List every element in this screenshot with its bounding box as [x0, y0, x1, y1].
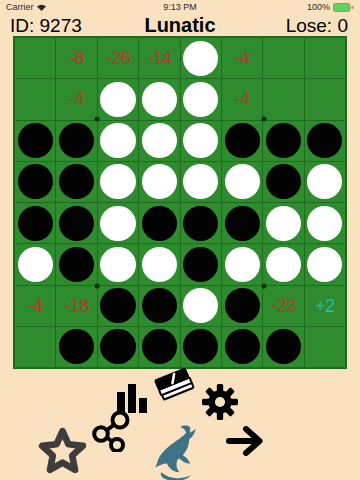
- board-cell-h4[interactable]: [305, 162, 345, 202]
- next-button[interactable]: [226, 426, 264, 456]
- board-cell-d4[interactable]: [139, 162, 179, 202]
- board-cell-f5[interactable]: [222, 203, 262, 243]
- board-cell-f1[interactable]: -4: [222, 38, 262, 78]
- move-eval: -8: [69, 49, 84, 67]
- black-disc: [225, 329, 260, 364]
- board-cell-d7[interactable]: [139, 286, 179, 326]
- board-cell-b6[interactable]: [56, 244, 96, 284]
- board-cell-e1[interactable]: [181, 38, 221, 78]
- black-disc: [59, 247, 94, 282]
- black-disc: [307, 123, 342, 158]
- white-disc: [100, 164, 135, 199]
- white-disc: [183, 41, 218, 76]
- board-cell-b4[interactable]: [56, 162, 96, 202]
- board-cell-d2[interactable]: [139, 79, 179, 119]
- white-disc: [18, 247, 53, 282]
- black-disc: [142, 206, 177, 241]
- lose-count-label: Lose: 0: [286, 15, 348, 37]
- board-cell-g3[interactable]: [263, 121, 303, 161]
- board-cell-a2[interactable]: [15, 79, 55, 119]
- board-cell-b8[interactable]: [56, 327, 96, 367]
- board-cell-e3[interactable]: [181, 121, 221, 161]
- rate-button[interactable]: [36, 425, 89, 478]
- move-eval: -14: [147, 49, 172, 67]
- white-disc: [183, 82, 218, 117]
- white-disc: [225, 247, 260, 282]
- white-disc: [183, 288, 218, 323]
- white-disc: [142, 164, 177, 199]
- black-disc: [183, 329, 218, 364]
- white-disc: [225, 164, 260, 199]
- notebook-icon: [153, 366, 199, 402]
- game-id-label: ID: 9273: [10, 15, 82, 37]
- board-cell-b2[interactable]: -4: [56, 79, 96, 119]
- black-disc: [100, 329, 135, 364]
- board-cell-f7[interactable]: [222, 286, 262, 326]
- black-disc: [266, 164, 301, 199]
- board-cell-f2[interactable]: -4: [222, 79, 262, 119]
- wifi-icon: [37, 4, 46, 11]
- white-disc: [142, 82, 177, 117]
- share-button[interactable]: [92, 410, 132, 452]
- black-disc: [266, 123, 301, 158]
- black-disc: [59, 329, 94, 364]
- white-disc: [307, 247, 342, 282]
- board-cell-e5[interactable]: [181, 203, 221, 243]
- board-cell-h6[interactable]: [305, 244, 345, 284]
- board-cell-e2[interactable]: [181, 79, 221, 119]
- board-cell-c2[interactable]: [98, 79, 138, 119]
- black-disc: [225, 288, 260, 323]
- board-cell-c7[interactable]: [98, 286, 138, 326]
- board-cell-b7[interactable]: -18: [56, 286, 96, 326]
- board-cell-d6[interactable]: [139, 244, 179, 284]
- black-disc: [183, 247, 218, 282]
- move-eval: +2: [315, 297, 335, 315]
- white-disc: [100, 206, 135, 241]
- board-cell-g5[interactable]: [263, 203, 303, 243]
- move-eval: -4: [235, 90, 250, 108]
- white-disc: [183, 123, 218, 158]
- black-disc: [59, 206, 94, 241]
- black-disc: [59, 164, 94, 199]
- board-cell-h3[interactable]: [305, 121, 345, 161]
- board-cell-g8[interactable]: [263, 327, 303, 367]
- board-cell-a4[interactable]: [15, 162, 55, 202]
- app-screen: Carrier 9:13 PM 100% ID: 9273 Lunatic Lo…: [0, 0, 360, 480]
- black-disc: [18, 123, 53, 158]
- black-disc: [18, 164, 53, 199]
- star-point: [261, 283, 266, 288]
- board-cell-g7[interactable]: -22: [263, 286, 303, 326]
- clock-label: 9:13 PM: [163, 2, 197, 12]
- bar-chart-icon: [117, 384, 148, 413]
- board-cell-d5[interactable]: [139, 203, 179, 243]
- black-disc: [100, 288, 135, 323]
- star-icon: [36, 425, 89, 478]
- board-cell-b5[interactable]: [56, 203, 96, 243]
- arrow-right-icon: [226, 426, 264, 456]
- white-disc: [142, 123, 177, 158]
- board-cell-c4[interactable]: [98, 162, 138, 202]
- board-cell-a8[interactable]: [15, 327, 55, 367]
- board-cell-a5[interactable]: [15, 203, 55, 243]
- board-cell-a6[interactable]: [15, 244, 55, 284]
- white-disc: [266, 206, 301, 241]
- board-cell-f4[interactable]: [222, 162, 262, 202]
- status-bar: Carrier 9:13 PM 100%: [0, 0, 360, 14]
- move-eval: -18: [64, 297, 89, 315]
- white-disc: [307, 206, 342, 241]
- white-disc: [100, 123, 135, 158]
- board-cell-h2[interactable]: [305, 79, 345, 119]
- carrier-label: Carrier: [6, 2, 34, 12]
- board-cell-h5[interactable]: [305, 203, 345, 243]
- black-disc: [59, 123, 94, 158]
- mascot-button[interactable]: [154, 424, 203, 480]
- black-disc: [225, 123, 260, 158]
- board-cell-a7[interactable]: -4: [15, 286, 55, 326]
- header: ID: 9273 Lunatic Lose: 0: [0, 13, 360, 36]
- white-disc: [183, 164, 218, 199]
- move-eval: -26: [106, 49, 131, 67]
- board-cell-c5[interactable]: [98, 203, 138, 243]
- rules-button[interactable]: [153, 366, 199, 402]
- dolphin-icon: [154, 424, 203, 480]
- board-cell-e8[interactable]: [181, 327, 221, 367]
- board-cell-d3[interactable]: [139, 121, 179, 161]
- white-disc: [100, 82, 135, 117]
- board-cell-h7[interactable]: +2: [305, 286, 345, 326]
- board-cell-d8[interactable]: [139, 327, 179, 367]
- board-cell-c3[interactable]: [98, 121, 138, 161]
- gear-icon: [202, 384, 238, 420]
- page-title: Lunatic: [144, 14, 215, 37]
- move-eval: -4: [235, 49, 250, 67]
- move-eval: -4: [69, 90, 84, 108]
- board-container: -8-26-14-4-4-4-4-18-22+2: [13, 36, 347, 369]
- black-disc: [225, 206, 260, 241]
- board-cell-g6[interactable]: [263, 244, 303, 284]
- board-cell-h8[interactable]: [305, 327, 345, 367]
- board-cell-c1[interactable]: -26: [98, 38, 138, 78]
- black-disc: [183, 206, 218, 241]
- white-disc: [266, 247, 301, 282]
- share-nodes-icon: [92, 410, 132, 452]
- black-disc: [18, 206, 53, 241]
- star-point: [94, 283, 99, 288]
- board-cell-h1[interactable]: [305, 38, 345, 78]
- board-cell-b3[interactable]: [56, 121, 96, 161]
- battery-percent-label: 100%: [307, 2, 330, 12]
- board-cell-f6[interactable]: [222, 244, 262, 284]
- board-cell-c6[interactable]: [98, 244, 138, 284]
- black-disc: [142, 329, 177, 364]
- board-cell-b1[interactable]: -8: [56, 38, 96, 78]
- board-cell-g1[interactable]: [263, 38, 303, 78]
- board-cell-e6[interactable]: [181, 244, 221, 284]
- star-point: [94, 117, 99, 122]
- board-cell-e4[interactable]: [181, 162, 221, 202]
- board-cell-a1[interactable]: [15, 38, 55, 78]
- board: -8-26-14-4-4-4-4-18-22+2: [13, 36, 347, 369]
- black-disc: [142, 288, 177, 323]
- white-disc: [307, 164, 342, 199]
- battery-icon: [333, 3, 354, 12]
- star-point: [261, 117, 266, 122]
- board-cell-g2[interactable]: [263, 79, 303, 119]
- move-eval: -4: [28, 297, 43, 315]
- settings-button[interactable]: [202, 384, 238, 420]
- board-cell-a3[interactable]: [15, 121, 55, 161]
- white-disc: [100, 247, 135, 282]
- black-disc: [266, 329, 301, 364]
- board-cell-d1[interactable]: -14: [139, 38, 179, 78]
- board-cell-g4[interactable]: [263, 162, 303, 202]
- board-cell-e7[interactable]: [181, 286, 221, 326]
- board-cell-c8[interactable]: [98, 327, 138, 367]
- board-cell-f3[interactable]: [222, 121, 262, 161]
- white-disc: [142, 247, 177, 282]
- board-cell-f8[interactable]: [222, 327, 262, 367]
- move-eval: -22: [271, 297, 296, 315]
- stats-button[interactable]: [117, 384, 148, 413]
